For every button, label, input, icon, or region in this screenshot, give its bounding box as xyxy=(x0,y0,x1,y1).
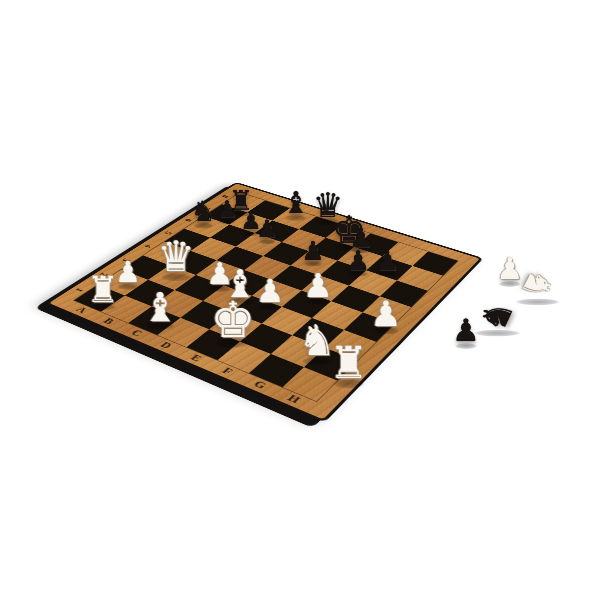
knight-glyph: ♞ xyxy=(474,293,520,337)
pawn-glyph: ♟ xyxy=(497,254,524,284)
piece-black-n-captured: ♞ xyxy=(481,298,513,334)
piece-black-p-captured: ♟ xyxy=(452,315,480,346)
piece-white-n-captured: ♞ xyxy=(523,268,553,302)
product-photo-stage: ABCDEFGH 12345678 ♞♟♜♟♟♝♛♚♟♟♟♟♜♟♛♝♟♝♚♟♟♟… xyxy=(0,0,600,600)
piece-shadow xyxy=(516,299,560,306)
piece-shadow xyxy=(455,343,477,349)
chess-board: ABCDEFGH 12345678 xyxy=(44,182,483,423)
piece-shadow xyxy=(499,281,521,287)
knight-glyph: ♞ xyxy=(516,264,560,307)
piece-shadow xyxy=(474,329,521,336)
board-grid xyxy=(74,193,458,402)
pawn-glyph: ♟ xyxy=(452,315,480,346)
piece-white-p-captured: ♟ xyxy=(497,254,524,284)
